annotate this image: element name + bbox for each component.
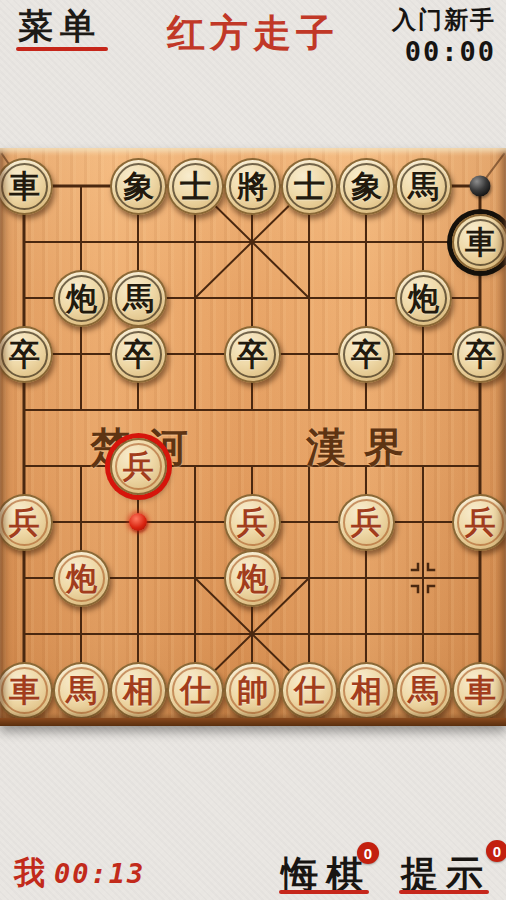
board-edge-bevel [0, 148, 506, 726]
hint-button[interactable]: 提示 0 [401, 840, 491, 900]
player-timer: 00:13 [54, 858, 145, 889]
top-bar: 菜单 红方走子 入门新手 00:00 [0, 0, 506, 148]
game-info-block: 入门新手 00:00 [392, 4, 496, 67]
xiangqi-app-screen: { "game": "xiangqi (Chinese chess)", "he… [0, 0, 506, 900]
board-bottom-rim [0, 718, 506, 726]
undo-button[interactable]: 悔棋 0 [281, 840, 371, 900]
difficulty-label: 入门新手 [392, 4, 496, 36]
xiangqi-board[interactable]: 楚河 漢界 車象士將士象馬車炮馬炮卒卒卒卒卒兵兵兵兵兵炮炮車馬相仕帥仕相馬車 [0, 148, 506, 726]
bottom-bar: 我 00:13 悔棋 0 提示 0 [0, 840, 506, 900]
game-timer: 00:00 [392, 36, 496, 67]
hint-underline [399, 890, 489, 894]
player-clock-box: 我 00:13 [14, 852, 145, 894]
undo-count-badge: 0 [357, 842, 379, 864]
hint-count-badge: 0 [486, 840, 506, 862]
player-label: 我 [14, 852, 45, 894]
undo-underline [279, 890, 369, 894]
